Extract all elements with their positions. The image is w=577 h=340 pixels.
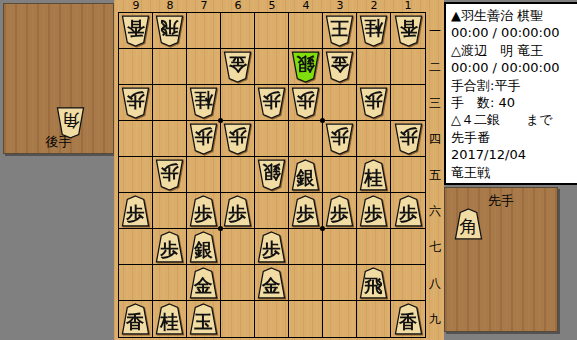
square-88[interactable] [153,265,187,301]
sente-gold[interactable]: 金 [257,267,286,299]
gote-pawn[interactable]: 歩 [155,159,184,191]
svg-text:歩: 歩 [125,203,145,224]
gote-pawn[interactable]: 歩 [291,87,320,119]
square-69[interactable] [221,301,255,337]
square-78[interactable]: 金 [187,265,221,301]
svg-text:歩: 歩 [296,89,316,110]
square-54[interactable] [255,121,289,157]
sente-pawn[interactable]: 歩 [223,195,252,227]
shogi-app-window: 後手 角 987654321 一二三四五六七八九 香飛王桂香金銀金歩桂歩歩歩歩歩… [0,0,577,340]
sente-rook[interactable]: 飛 [359,267,388,299]
svg-text:王: 王 [330,17,349,38]
svg-text:桂: 桂 [364,17,384,38]
square-87[interactable]: 歩 [153,229,187,265]
sente-silver[interactable]: 銀 [189,231,218,263]
svg-text:歩: 歩 [159,239,179,260]
square-68[interactable] [221,265,255,301]
square-57[interactable]: 歩 [255,229,289,265]
square-77[interactable]: 銀 [187,229,221,265]
square-58[interactable]: 金 [255,265,289,301]
svg-text:歩: 歩 [194,125,214,146]
svg-text:桂: 桂 [363,167,383,188]
square-25[interactable]: 桂 [357,157,391,193]
svg-text:角: 角 [61,110,79,131]
sente-pawn[interactable]: 歩 [291,195,320,227]
sente-pawn[interactable]: 歩 [189,195,218,227]
square-73[interactable]: 桂 [187,85,221,121]
square-26[interactable]: 歩 [357,193,391,229]
svg-text:歩: 歩 [160,161,180,182]
game-info-panel: ▲羽生善治 棋聖 00:00 / 00:00:00 △渡辺 明 竜王 00:00… [444,2,577,185]
square-44[interactable] [289,121,323,157]
square-37[interactable] [323,229,357,265]
shogi-board: 987654321 一二三四五六七八九 香飛王桂香金銀金歩桂歩歩歩歩歩歩歩歩銀銀… [114,0,444,340]
svg-text:銀: 銀 [295,167,315,188]
svg-text:歩: 歩 [228,125,248,146]
handicap-line: 手合割:平手 [451,77,577,94]
sente-knight[interactable]: 桂 [359,159,388,191]
sente-pawn[interactable]: 歩 [121,195,150,227]
file-label-1: 1 [391,0,425,11]
rank-label-7: 七 [427,229,443,265]
svg-text:金: 金 [330,53,350,74]
gote-pawn[interactable]: 歩 [189,123,218,155]
gote-lance[interactable]: 香 [394,15,423,47]
svg-text:金: 金 [261,275,281,296]
square-16[interactable]: 歩 [391,193,425,229]
gote-gold[interactable]: 金 [325,51,354,83]
rank-label-5: 五 [427,157,443,193]
square-46[interactable]: 歩 [289,193,323,229]
square-33[interactable] [323,85,357,121]
svg-text:歩: 歩 [364,89,384,110]
rank-label-4: 四 [427,121,443,157]
square-42[interactable]: 銀 [289,49,323,85]
square-89[interactable]: 桂 [153,301,187,337]
gote-knight[interactable]: 桂 [359,15,388,47]
square-15[interactable] [391,157,425,193]
square-32[interactable]: 金 [323,49,357,85]
svg-text:香: 香 [398,311,417,332]
gote-clock: 00:00 / 00:00:00 [451,59,577,76]
square-82[interactable] [153,49,187,85]
square-91[interactable]: 香 [119,13,153,49]
star-point [218,118,223,123]
square-63[interactable] [221,85,255,121]
gote-name: △渡辺 明 竜王 [451,42,577,59]
square-47[interactable] [289,229,323,265]
square-81[interactable]: 飛 [153,13,187,49]
square-51[interactable] [255,13,289,49]
square-18[interactable] [391,265,425,301]
gote-pawn[interactable]: 歩 [394,123,423,155]
rank-label-6: 六 [427,193,443,229]
svg-text:歩: 歩 [329,203,349,224]
sente-pawn[interactable]: 歩 [359,195,388,227]
gote-bishop[interactable]: 角 [56,107,85,139]
file-label-3: 3 [323,0,357,11]
square-72[interactable] [187,49,221,85]
rank-label-8: 八 [427,265,443,301]
svg-text:歩: 歩 [227,203,247,224]
square-11[interactable]: 香 [391,13,425,49]
square-29[interactable] [357,301,391,337]
square-76[interactable]: 歩 [187,193,221,229]
square-52[interactable] [255,49,289,85]
rank-label-1: 一 [427,13,443,49]
square-95[interactable] [119,157,153,193]
sente-pawn[interactable]: 歩 [257,231,286,263]
rank-label-3: 三 [427,85,443,121]
gote-rook[interactable]: 飛 [155,15,184,47]
sente-pawn[interactable]: 歩 [394,195,423,227]
file-label-8: 8 [153,0,187,11]
gote-hand-tray: 後手 角 [3,3,114,154]
sente-bishop[interactable]: 角 [454,208,483,240]
event-name: 竜王戦 [451,164,577,181]
sente-knight[interactable]: 桂 [155,303,184,335]
svg-text:歩: 歩 [193,203,213,224]
square-97[interactable] [119,229,153,265]
square-49[interactable] [289,301,323,337]
square-65[interactable] [221,157,255,193]
sente-label: 先手 [488,192,514,210]
sente-hand-tray: 先手 角 [444,187,558,332]
file-label-4: 4 [289,0,323,11]
gote-king[interactable]: 王 [325,15,354,47]
svg-text:歩: 歩 [126,89,146,110]
sente-clock: 00:00 / 00:00:00 [451,24,577,41]
file-labels: 987654321 [119,0,425,11]
file-label-7: 7 [187,0,221,11]
square-71[interactable] [187,13,221,49]
square-67[interactable] [221,229,255,265]
square-45[interactable]: 銀 [289,157,323,193]
file-label-2: 2 [357,0,391,11]
square-34[interactable]: 歩 [323,121,357,157]
board-grid: 香飛王桂香金銀金歩桂歩歩歩歩歩歩歩歩銀銀桂歩歩歩歩歩歩歩歩銀歩金金飛香桂玉香 [118,12,426,338]
gote-knight[interactable]: 桂 [189,87,218,119]
svg-text:歩: 歩 [295,203,315,224]
square-27[interactable] [357,229,391,265]
sente-pawn[interactable]: 歩 [155,231,184,263]
svg-text:金: 金 [228,53,248,74]
gote-silver[interactable]: 銀 [257,159,286,191]
file-label-6: 6 [221,0,255,11]
svg-text:歩: 歩 [398,125,418,146]
sente-gold[interactable]: 金 [189,267,218,299]
square-85[interactable]: 歩 [153,157,187,193]
turn-indicator: 先手番 [451,129,577,146]
gote-silver[interactable]: 銀 [291,51,320,83]
square-61[interactable] [221,13,255,49]
square-93[interactable]: 歩 [119,85,153,121]
svg-text:金: 金 [193,275,213,296]
file-label-5: 5 [255,0,289,11]
svg-text:玉: 玉 [193,311,213,332]
gote-pawn[interactable]: 歩 [359,87,388,119]
square-53[interactable]: 歩 [255,85,289,121]
square-21[interactable]: 桂 [357,13,391,49]
svg-text:歩: 歩 [363,203,383,224]
svg-text:桂: 桂 [194,89,214,110]
svg-text:歩: 歩 [330,125,350,146]
last-move-line: △４二銀 まで [451,111,577,128]
gote-pawn[interactable]: 歩 [257,87,286,119]
square-12[interactable] [391,49,425,85]
gote-pawn[interactable]: 歩 [325,123,354,155]
svg-text:香: 香 [126,17,145,38]
square-22[interactable] [357,49,391,85]
square-43[interactable]: 歩 [289,85,323,121]
square-35[interactable] [323,157,357,193]
move-count-line: 手 数: 40 [451,94,577,111]
square-39[interactable] [323,301,357,337]
square-55[interactable]: 銀 [255,157,289,193]
square-74[interactable]: 歩 [187,121,221,157]
square-14[interactable]: 歩 [391,121,425,157]
square-84[interactable] [153,121,187,157]
square-98[interactable] [119,265,153,301]
square-19[interactable]: 香 [391,301,425,337]
svg-text:銀: 銀 [262,161,282,182]
sente-lance[interactable]: 香 [121,303,150,335]
sente-name: ▲羽生善治 棋聖 [451,7,577,24]
rank-label-9: 九 [427,301,443,337]
square-24[interactable] [357,121,391,157]
svg-text:歩: 歩 [398,203,418,224]
square-13[interactable] [391,85,425,121]
svg-text:飛: 飛 [363,275,382,296]
file-label-9: 9 [119,0,153,11]
square-59[interactable] [255,301,289,337]
svg-text:桂: 桂 [159,311,179,332]
svg-text:飛: 飛 [160,17,179,38]
gote-gold[interactable]: 金 [223,51,252,83]
sente-silver[interactable]: 銀 [291,159,320,191]
svg-text:香: 香 [399,17,418,38]
game-date: 2017/12/04 [451,146,577,163]
square-92[interactable] [119,49,153,85]
square-64[interactable]: 歩 [221,121,255,157]
square-48[interactable] [289,265,323,301]
square-99[interactable]: 香 [119,301,153,337]
square-96[interactable]: 歩 [119,193,153,229]
square-23[interactable]: 歩 [357,85,391,121]
square-62[interactable]: 金 [221,49,255,85]
square-31[interactable]: 王 [323,13,357,49]
svg-text:歩: 歩 [262,89,282,110]
svg-text:香: 香 [125,311,144,332]
sente-lance[interactable]: 香 [394,303,423,335]
rank-label-2: 二 [427,49,443,85]
gote-pawn[interactable]: 歩 [121,87,150,119]
square-94[interactable] [119,121,153,157]
svg-text:銀: 銀 [296,53,316,74]
gote-lance[interactable]: 香 [121,15,150,47]
square-56[interactable] [255,193,289,229]
square-66[interactable]: 歩 [221,193,255,229]
star-point [320,226,325,231]
square-17[interactable] [391,229,425,265]
square-38[interactable] [323,265,357,301]
rank-labels: 一二三四五六七八九 [427,13,443,337]
gote-pawn[interactable]: 歩 [223,123,252,155]
svg-text:角: 角 [459,216,477,237]
square-41[interactable] [289,13,323,49]
sente-king[interactable]: 玉 [189,303,218,335]
square-28[interactable]: 飛 [357,265,391,301]
svg-text:歩: 歩 [261,239,281,260]
star-point [320,118,325,123]
sente-pawn[interactable]: 歩 [325,195,354,227]
square-75[interactable] [187,157,221,193]
square-79[interactable]: 玉 [187,301,221,337]
square-83[interactable] [153,85,187,121]
square-36[interactable]: 歩 [323,193,357,229]
star-point [218,226,223,231]
square-86[interactable] [153,193,187,229]
svg-text:銀: 銀 [193,239,213,260]
